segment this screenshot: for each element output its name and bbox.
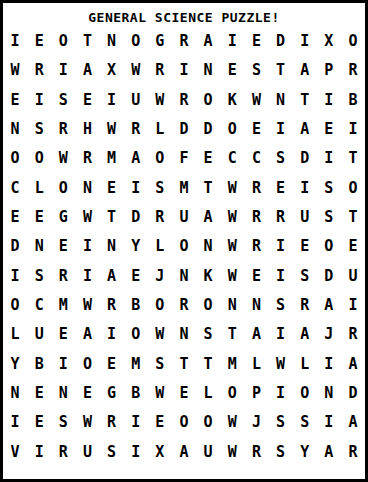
grid-cell-r10c10[interactable]: N: [220, 291, 244, 320]
grid-cell-r14c13[interactable]: S: [293, 408, 317, 437]
grid-cell-r14c6[interactable]: I: [124, 408, 148, 437]
grid-cell-r13c10[interactable]: O: [220, 379, 244, 408]
grid-cell-r4c1[interactable]: N: [3, 115, 27, 144]
grid-cell-r9c14[interactable]: D: [317, 262, 341, 291]
grid-cell-r6c2[interactable]: L: [27, 174, 51, 203]
grid-cell-r3c8[interactable]: R: [172, 86, 196, 115]
grid-cell-r5c12[interactable]: S: [268, 144, 292, 173]
grid-cell-r5c10[interactable]: C: [220, 144, 244, 173]
grid-cell-r14c9[interactable]: O: [196, 408, 220, 437]
grid-cell-r13c1[interactable]: N: [3, 379, 27, 408]
grid-cell-r14c11[interactable]: J: [244, 408, 268, 437]
grid-cell-r14c12[interactable]: S: [268, 408, 292, 437]
grid-cell-r1c5[interactable]: N: [100, 27, 124, 56]
grid-cell-r1c6[interactable]: O: [124, 27, 148, 56]
grid-cell-r12c11[interactable]: L: [244, 350, 268, 379]
grid-cell-r10c11[interactable]: N: [244, 291, 268, 320]
word-search-grid: IEOTNOGRAIEDIXOWRIAXWRINESTAPREISEIUWROK…: [3, 27, 365, 467]
grid-cell-r2c14[interactable]: P: [317, 56, 341, 85]
grid-cell-r3c6[interactable]: U: [124, 86, 148, 115]
grid-cell-r12c5[interactable]: E: [100, 350, 124, 379]
grid-cell-r7c14[interactable]: S: [317, 203, 341, 232]
grid-cell-r8c10[interactable]: W: [220, 232, 244, 261]
grid-cell-r2c5[interactable]: X: [100, 56, 124, 85]
grid-cell-r1c2[interactable]: E: [27, 27, 51, 56]
grid-cell-r8c3[interactable]: E: [51, 232, 75, 261]
grid-cell-r8c1[interactable]: D: [3, 232, 27, 261]
grid-cell-r8c5[interactable]: N: [100, 232, 124, 261]
grid-cell-r4c11[interactable]: E: [244, 115, 268, 144]
grid-cell-r2c7[interactable]: R: [148, 56, 172, 85]
grid-cell-r11c11[interactable]: A: [244, 320, 268, 349]
grid-cell-r9c12[interactable]: I: [268, 262, 292, 291]
grid-cell-r7c1[interactable]: E: [3, 203, 27, 232]
grid-cell-r11c6[interactable]: O: [124, 320, 148, 349]
puzzle-frame: GENERAL SCIENCE PUZZLE! IEOTNOGRAIEDIXOW…: [0, 0, 368, 482]
grid-cell-r12c14[interactable]: I: [317, 350, 341, 379]
grid-cell-r13c15[interactable]: D: [341, 379, 365, 408]
grid-cell-r15c6[interactable]: I: [124, 438, 148, 467]
grid-cell-r5c6[interactable]: A: [124, 144, 148, 173]
grid-cell-r10c5[interactable]: R: [100, 291, 124, 320]
grid-cell-r4c15[interactable]: I: [341, 115, 365, 144]
grid-cell-r4c6[interactable]: R: [124, 115, 148, 144]
grid-cell-r5c15[interactable]: T: [341, 144, 365, 173]
grid-cell-r12c10[interactable]: M: [220, 350, 244, 379]
grid-cell-r6c9[interactable]: T: [196, 174, 220, 203]
grid-cell-r15c5[interactable]: S: [100, 438, 124, 467]
grid-cell-r9c15[interactable]: U: [341, 262, 365, 291]
grid-cell-r11c4[interactable]: A: [75, 320, 99, 349]
grid-cell-r5c7[interactable]: O: [148, 144, 172, 173]
grid-cell-r15c14[interactable]: A: [317, 438, 341, 467]
grid-cell-r1c14[interactable]: X: [317, 27, 341, 56]
grid-cell-r7c5[interactable]: T: [100, 203, 124, 232]
grid-cell-r1c8[interactable]: R: [172, 27, 196, 56]
grid-cell-r12c13[interactable]: L: [293, 350, 317, 379]
grid-cell-r3c13[interactable]: T: [293, 86, 317, 115]
grid-cell-r12c1[interactable]: Y: [3, 350, 27, 379]
grid-cell-r14c8[interactable]: O: [172, 408, 196, 437]
grid-cell-r8c7[interactable]: L: [148, 232, 172, 261]
grid-cell-r2c4[interactable]: A: [75, 56, 99, 85]
grid-cell-r2c8[interactable]: I: [172, 56, 196, 85]
grid-cell-r2c9[interactable]: N: [196, 56, 220, 85]
grid-cell-r15c12[interactable]: S: [268, 438, 292, 467]
grid-cell-r1c10[interactable]: I: [220, 27, 244, 56]
grid-cell-r5c8[interactable]: F: [172, 144, 196, 173]
grid-cell-r3c15[interactable]: B: [341, 86, 365, 115]
grid-cell-r4c5[interactable]: W: [100, 115, 124, 144]
grid-cell-r13c3[interactable]: N: [51, 379, 75, 408]
grid-cell-r2c15[interactable]: R: [341, 56, 365, 85]
grid-cell-r14c1[interactable]: I: [3, 408, 27, 437]
grid-cell-r12c3[interactable]: I: [51, 350, 75, 379]
grid-cell-r2c12[interactable]: T: [268, 56, 292, 85]
grid-cell-r11c13[interactable]: A: [293, 320, 317, 349]
grid-cell-r6c3[interactable]: O: [51, 174, 75, 203]
grid-cell-r7c7[interactable]: R: [148, 203, 172, 232]
grid-cell-r10c13[interactable]: R: [293, 291, 317, 320]
grid-cell-r9c13[interactable]: S: [293, 262, 317, 291]
grid-cell-r4c12[interactable]: I: [268, 115, 292, 144]
grid-cell-r11c14[interactable]: J: [317, 320, 341, 349]
grid-cell-r1c3[interactable]: O: [51, 27, 75, 56]
grid-cell-r5c3[interactable]: W: [51, 144, 75, 173]
grid-cell-r4c9[interactable]: D: [196, 115, 220, 144]
grid-cell-r1c7[interactable]: G: [148, 27, 172, 56]
grid-cell-r3c1[interactable]: E: [3, 86, 27, 115]
grid-cell-r11c7[interactable]: W: [148, 320, 172, 349]
grid-cell-r6c7[interactable]: S: [148, 174, 172, 203]
grid-cell-r6c12[interactable]: E: [268, 174, 292, 203]
grid-cell-r13c14[interactable]: N: [317, 379, 341, 408]
grid-cell-r5c4[interactable]: R: [75, 144, 99, 173]
grid-cell-r1c13[interactable]: I: [293, 27, 317, 56]
grid-cell-r13c4[interactable]: E: [75, 379, 99, 408]
grid-cell-r7c3[interactable]: G: [51, 203, 75, 232]
grid-cell-r8c9[interactable]: N: [196, 232, 220, 261]
puzzle-title: GENERAL SCIENCE PUZZLE!: [3, 10, 365, 25]
grid-cell-r10c3[interactable]: M: [51, 291, 75, 320]
grid-cell-r1c9[interactable]: A: [196, 27, 220, 56]
grid-cell-r7c12[interactable]: R: [268, 203, 292, 232]
grid-cell-r6c4[interactable]: N: [75, 174, 99, 203]
grid-cell-r3c14[interactable]: I: [317, 86, 341, 115]
grid-cell-r4c7[interactable]: L: [148, 115, 172, 144]
grid-cell-r5c9[interactable]: E: [196, 144, 220, 173]
grid-cell-r10c15[interactable]: I: [341, 291, 365, 320]
grid-cell-r4c3[interactable]: R: [51, 115, 75, 144]
grid-cell-r10c8[interactable]: R: [172, 291, 196, 320]
grid-cell-r2c13[interactable]: A: [293, 56, 317, 85]
grid-cell-r11c1[interactable]: L: [3, 320, 27, 349]
grid-cell-r1c4[interactable]: T: [75, 27, 99, 56]
grid-cell-r7c8[interactable]: U: [172, 203, 196, 232]
grid-cell-r11c10[interactable]: T: [220, 320, 244, 349]
grid-cell-r4c4[interactable]: H: [75, 115, 99, 144]
grid-cell-r1c1[interactable]: I: [3, 27, 27, 56]
grid-cell-r14c7[interactable]: E: [148, 408, 172, 437]
grid-cell-r3c10[interactable]: K: [220, 86, 244, 115]
grid-cell-r1c11[interactable]: E: [244, 27, 268, 56]
grid-cell-r5c11[interactable]: C: [244, 144, 268, 173]
grid-cell-r4c14[interactable]: E: [317, 115, 341, 144]
grid-cell-r9c11[interactable]: E: [244, 262, 268, 291]
grid-cell-r15c11[interactable]: R: [244, 438, 268, 467]
grid-cell-r6c11[interactable]: R: [244, 174, 268, 203]
grid-cell-r11c12[interactable]: I: [268, 320, 292, 349]
grid-cell-r6c1[interactable]: C: [3, 174, 27, 203]
grid-cell-r8c2[interactable]: N: [27, 232, 51, 261]
grid-cell-r12c6[interactable]: M: [124, 350, 148, 379]
grid-cell-r2c11[interactable]: S: [244, 56, 268, 85]
grid-cell-r4c2[interactable]: S: [27, 115, 51, 144]
grid-cell-r14c2[interactable]: E: [27, 408, 51, 437]
grid-cell-r9c8[interactable]: N: [172, 262, 196, 291]
grid-cell-r8c15[interactable]: E: [341, 232, 365, 261]
grid-cell-r2c1[interactable]: W: [3, 56, 27, 85]
grid-cell-r12c4[interactable]: O: [75, 350, 99, 379]
grid-cell-r8c11[interactable]: R: [244, 232, 268, 261]
grid-cell-r7c15[interactable]: T: [341, 203, 365, 232]
grid-cell-r7c2[interactable]: E: [27, 203, 51, 232]
grid-cell-r1c12[interactable]: D: [268, 27, 292, 56]
grid-cell-r7c11[interactable]: R: [244, 203, 268, 232]
grid-cell-r9c4[interactable]: I: [75, 262, 99, 291]
grid-cell-r9c10[interactable]: W: [220, 262, 244, 291]
grid-cell-r8c6[interactable]: Y: [124, 232, 148, 261]
grid-cell-r11c2[interactable]: U: [27, 320, 51, 349]
grid-cell-r3c11[interactable]: W: [244, 86, 268, 115]
grid-cell-r5c5[interactable]: M: [100, 144, 124, 173]
grid-cell-r15c8[interactable]: A: [172, 438, 196, 467]
grid-cell-r13c13[interactable]: O: [293, 379, 317, 408]
grid-cell-r5c2[interactable]: O: [27, 144, 51, 173]
grid-cell-r15c4[interactable]: U: [75, 438, 99, 467]
grid-cell-r11c8[interactable]: N: [172, 320, 196, 349]
grid-cell-r14c10[interactable]: W: [220, 408, 244, 437]
grid-cell-r5c1[interactable]: O: [3, 144, 27, 173]
grid-cell-r7c6[interactable]: D: [124, 203, 148, 232]
grid-cell-r4c8[interactable]: D: [172, 115, 196, 144]
grid-cell-r8c12[interactable]: I: [268, 232, 292, 261]
grid-cell-r15c7[interactable]: X: [148, 438, 172, 467]
grid-cell-r8c13[interactable]: E: [293, 232, 317, 261]
grid-cell-r12c7[interactable]: S: [148, 350, 172, 379]
grid-cell-r9c9[interactable]: K: [196, 262, 220, 291]
grid-cell-r14c4[interactable]: W: [75, 408, 99, 437]
grid-cell-r6c5[interactable]: E: [100, 174, 124, 203]
grid-cell-r10c9[interactable]: O: [196, 291, 220, 320]
grid-cell-r14c14[interactable]: I: [317, 408, 341, 437]
grid-cell-r2c10[interactable]: E: [220, 56, 244, 85]
grid-cell-r15c2[interactable]: I: [27, 438, 51, 467]
grid-cell-r5c13[interactable]: D: [293, 144, 317, 173]
grid-cell-r15c1[interactable]: V: [3, 438, 27, 467]
grid-cell-r14c3[interactable]: S: [51, 408, 75, 437]
grid-cell-r11c5[interactable]: I: [100, 320, 124, 349]
grid-cell-r3c12[interactable]: N: [268, 86, 292, 115]
grid-cell-r6c6[interactable]: I: [124, 174, 148, 203]
grid-cell-r9c7[interactable]: J: [148, 262, 172, 291]
grid-cell-r10c6[interactable]: B: [124, 291, 148, 320]
grid-cell-r10c12[interactable]: S: [268, 291, 292, 320]
grid-cell-r5c14[interactable]: I: [317, 144, 341, 173]
grid-cell-r12c15[interactable]: A: [341, 350, 365, 379]
grid-cell-r14c5[interactable]: R: [100, 408, 124, 437]
grid-cell-r10c2[interactable]: C: [27, 291, 51, 320]
grid-cell-r10c1[interactable]: O: [3, 291, 27, 320]
grid-cell-r2c3[interactable]: I: [51, 56, 75, 85]
grid-cell-r3c4[interactable]: E: [75, 86, 99, 115]
grid-cell-r4c10[interactable]: O: [220, 115, 244, 144]
grid-cell-r8c8[interactable]: O: [172, 232, 196, 261]
grid-cell-r6c13[interactable]: I: [293, 174, 317, 203]
grid-cell-r8c14[interactable]: O: [317, 232, 341, 261]
grid-cell-r4c13[interactable]: A: [293, 115, 317, 144]
grid-cell-r13c9[interactable]: L: [196, 379, 220, 408]
grid-cell-r11c3[interactable]: E: [51, 320, 75, 349]
grid-cell-r9c3[interactable]: R: [51, 262, 75, 291]
grid-cell-r7c9[interactable]: A: [196, 203, 220, 232]
grid-cell-r3c7[interactable]: W: [148, 86, 172, 115]
grid-cell-r10c4[interactable]: W: [75, 291, 99, 320]
grid-cell-r6c14[interactable]: S: [317, 174, 341, 203]
grid-cell-r9c6[interactable]: E: [124, 262, 148, 291]
grid-cell-r13c8[interactable]: E: [172, 379, 196, 408]
grid-cell-r3c3[interactable]: S: [51, 86, 75, 115]
grid-cell-r9c2[interactable]: S: [27, 262, 51, 291]
grid-cell-r13c2[interactable]: E: [27, 379, 51, 408]
grid-cell-r3c9[interactable]: O: [196, 86, 220, 115]
grid-cell-r11c9[interactable]: S: [196, 320, 220, 349]
grid-cell-r13c5[interactable]: G: [100, 379, 124, 408]
grid-cell-r2c6[interactable]: W: [124, 56, 148, 85]
grid-cell-r13c7[interactable]: W: [148, 379, 172, 408]
grid-cell-r12c8[interactable]: T: [172, 350, 196, 379]
grid-cell-r13c12[interactable]: I: [268, 379, 292, 408]
grid-cell-r6c8[interactable]: M: [172, 174, 196, 203]
grid-cell-r10c7[interactable]: O: [148, 291, 172, 320]
grid-cell-r8c4[interactable]: I: [75, 232, 99, 261]
grid-cell-r15c3[interactable]: R: [51, 438, 75, 467]
grid-cell-r12c12[interactable]: W: [268, 350, 292, 379]
grid-cell-r7c10[interactable]: W: [220, 203, 244, 232]
grid-cell-r7c13[interactable]: U: [293, 203, 317, 232]
grid-cell-r1c15[interactable]: O: [341, 27, 365, 56]
grid-cell-r14c15[interactable]: A: [341, 408, 365, 437]
grid-cell-r15c9[interactable]: U: [196, 438, 220, 467]
grid-cell-r10c14[interactable]: A: [317, 291, 341, 320]
grid-cell-r15c10[interactable]: W: [220, 438, 244, 467]
grid-cell-r15c15[interactable]: R: [341, 438, 365, 467]
grid-cell-r3c5[interactable]: I: [100, 86, 124, 115]
grid-cell-r12c9[interactable]: T: [196, 350, 220, 379]
grid-cell-r2c2[interactable]: R: [27, 56, 51, 85]
grid-cell-r9c1[interactable]: I: [3, 262, 27, 291]
grid-cell-r15c13[interactable]: Y: [293, 438, 317, 467]
grid-cell-r12c2[interactable]: B: [27, 350, 51, 379]
grid-cell-r6c15[interactable]: O: [341, 174, 365, 203]
grid-cell-r3c2[interactable]: I: [27, 86, 51, 115]
grid-cell-r7c4[interactable]: W: [75, 203, 99, 232]
grid-cell-r6c10[interactable]: W: [220, 174, 244, 203]
grid-cell-r13c6[interactable]: B: [124, 379, 148, 408]
grid-cell-r9c5[interactable]: A: [100, 262, 124, 291]
grid-cell-r11c15[interactable]: R: [341, 320, 365, 349]
grid-cell-r13c11[interactable]: P: [244, 379, 268, 408]
